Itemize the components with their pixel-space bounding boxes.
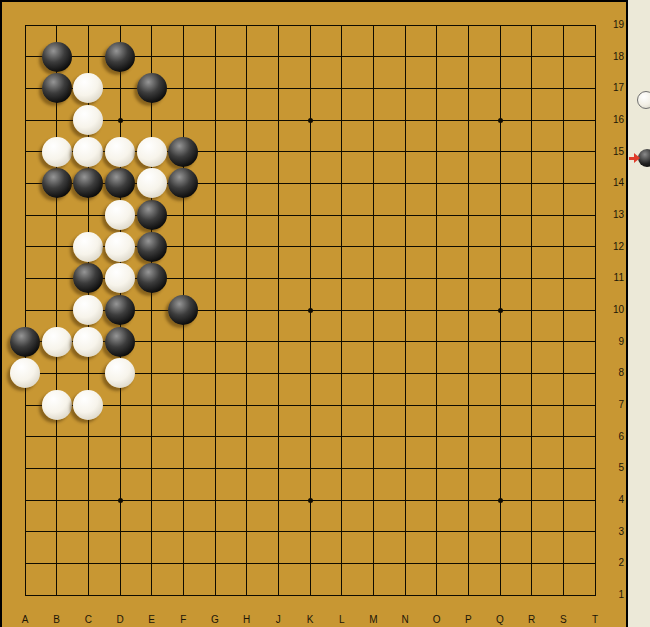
stone-white-C12 [73, 232, 103, 262]
column-label-B: B [45, 614, 69, 626]
stone-white-C15 [73, 137, 103, 167]
stone-white-E14 [137, 168, 167, 198]
column-label-T: T [583, 614, 607, 626]
stone-black-E17 [137, 73, 167, 103]
stone-white-B7 [42, 390, 72, 420]
stone-black-E13 [137, 200, 167, 230]
column-label-K: K [298, 614, 322, 626]
column-label-C: C [76, 614, 100, 626]
stone-black-D18 [105, 42, 135, 72]
column-label-O: O [425, 614, 449, 626]
row-label-11: 11 [600, 272, 624, 284]
stone-white-D13 [105, 200, 135, 230]
column-label-Q: Q [488, 614, 512, 626]
stone-black-B14 [42, 168, 72, 198]
column-label-A: A [13, 614, 37, 626]
side-panel [628, 0, 650, 627]
stone-black-C11 [73, 263, 103, 293]
stone-black-D10 [105, 295, 135, 325]
stone-black-F15 [168, 137, 198, 167]
row-label-9: 9 [600, 336, 624, 348]
to-move-arrow-icon [629, 153, 640, 163]
stone-white-C16 [73, 105, 103, 135]
row-label-6: 6 [600, 431, 624, 443]
window-left-border [0, 0, 2, 627]
row-label-1: 1 [600, 589, 624, 601]
row-label-7: 7 [600, 399, 624, 411]
stone-white-B15 [42, 137, 72, 167]
column-label-M: M [361, 614, 385, 626]
stone-black-F10 [168, 295, 198, 325]
row-label-4: 4 [600, 494, 624, 506]
column-label-G: G [203, 614, 227, 626]
row-label-12: 12 [600, 241, 624, 253]
window-top-border [0, 0, 628, 2]
stone-black-B18 [42, 42, 72, 72]
row-label-19: 19 [600, 19, 624, 31]
stone-black-B17 [42, 73, 72, 103]
row-label-14: 14 [600, 177, 624, 189]
column-label-E: E [140, 614, 164, 626]
stone-white-A8 [10, 358, 40, 388]
stone-black-F14 [168, 168, 198, 198]
stone-white-C17 [73, 73, 103, 103]
white-player-stone-icon [637, 91, 650, 109]
stone-black-A9 [10, 327, 40, 357]
row-label-8: 8 [600, 367, 624, 379]
arrow-head [634, 153, 640, 163]
row-label-5: 5 [600, 462, 624, 474]
stone-black-D9 [105, 327, 135, 357]
column-label-P: P [456, 614, 480, 626]
go-app-window: 19181716151413121110987654321 ABCDEFGHJK… [0, 0, 650, 627]
row-label-10: 10 [600, 304, 624, 316]
column-label-J: J [266, 614, 290, 626]
row-label-2: 2 [600, 557, 624, 569]
stone-white-D8 [105, 358, 135, 388]
column-label-N: N [393, 614, 417, 626]
stone-white-C10 [73, 295, 103, 325]
column-label-D: D [108, 614, 132, 626]
row-label-13: 13 [600, 209, 624, 221]
row-label-15: 15 [600, 146, 624, 158]
board-stones-layer [9, 9, 611, 611]
stone-white-B9 [42, 327, 72, 357]
stone-white-C9 [73, 327, 103, 357]
row-label-16: 16 [600, 114, 624, 126]
column-label-F: F [171, 614, 195, 626]
column-label-S: S [551, 614, 575, 626]
stone-white-C7 [73, 390, 103, 420]
stone-black-E11 [137, 263, 167, 293]
stone-black-C14 [73, 168, 103, 198]
stone-white-D12 [105, 232, 135, 262]
stone-white-D11 [105, 263, 135, 293]
row-label-18: 18 [600, 51, 624, 63]
column-label-L: L [330, 614, 354, 626]
row-label-3: 3 [600, 526, 624, 538]
stone-white-D15 [105, 137, 135, 167]
go-board[interactable]: 19181716151413121110987654321 ABCDEFGHJK… [0, 0, 626, 627]
column-label-H: H [235, 614, 259, 626]
column-label-R: R [520, 614, 544, 626]
row-label-17: 17 [600, 82, 624, 94]
stone-black-E12 [137, 232, 167, 262]
stone-white-E15 [137, 137, 167, 167]
stone-black-D14 [105, 168, 135, 198]
